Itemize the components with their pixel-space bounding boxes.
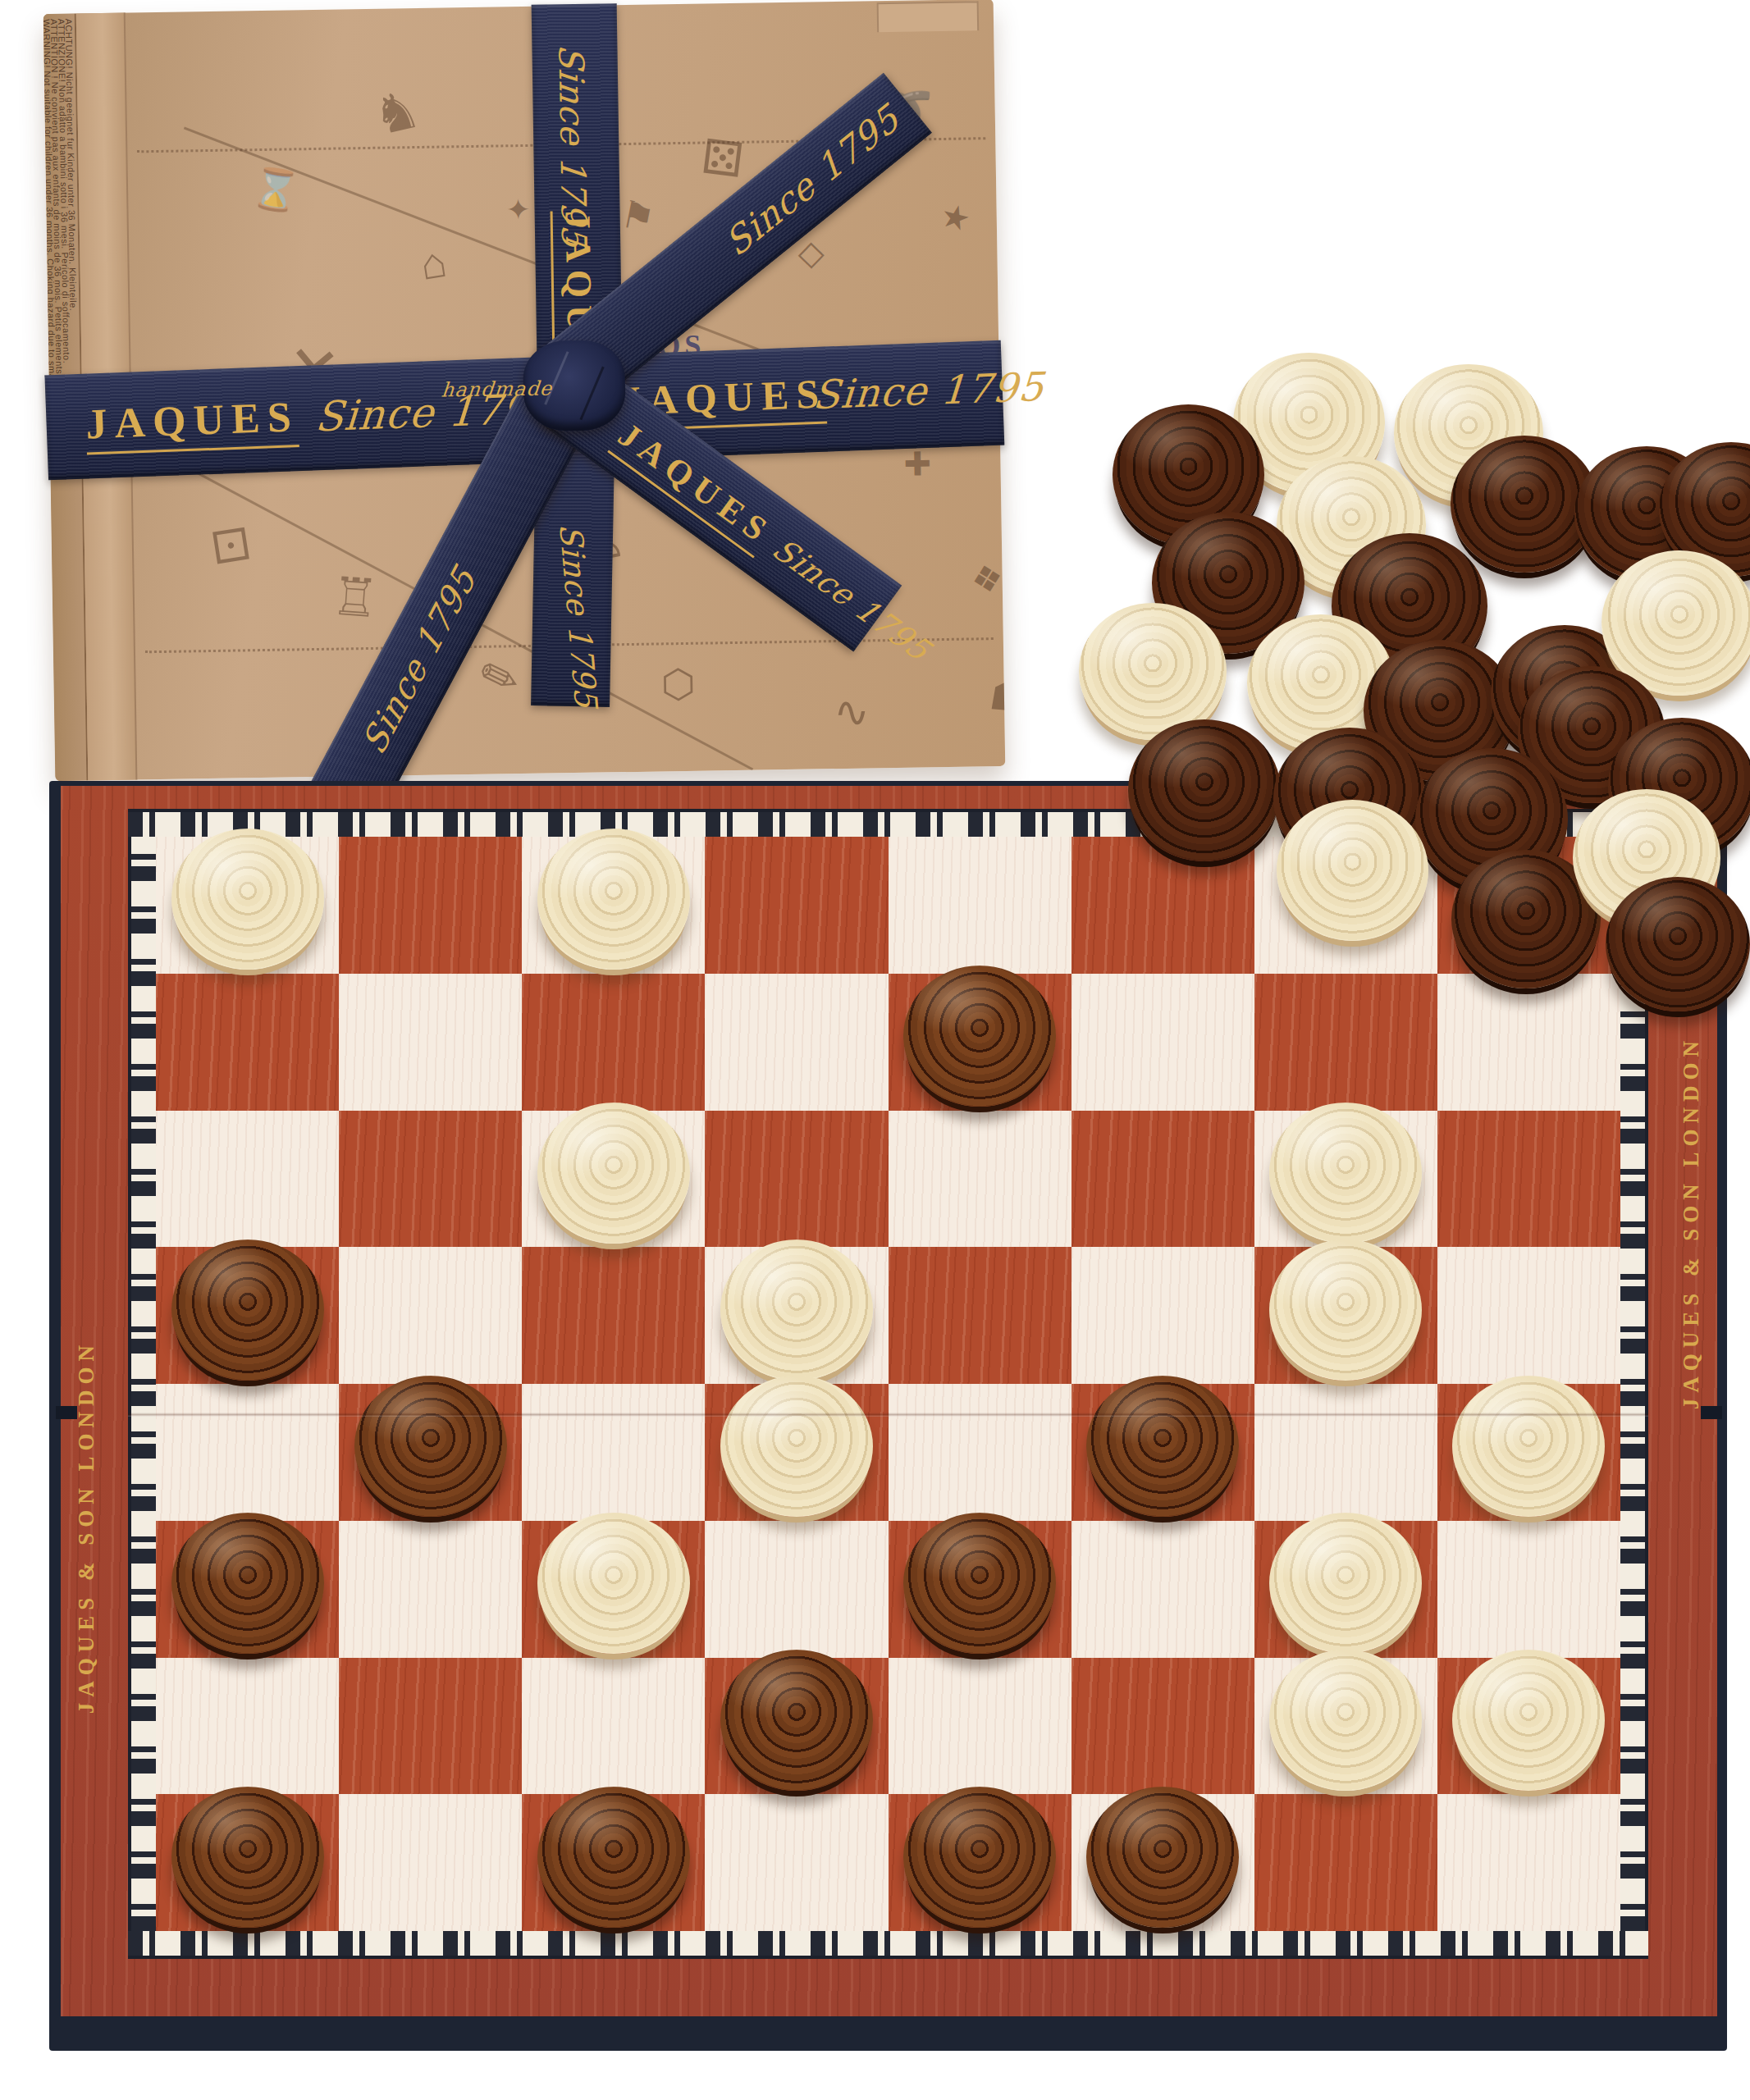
loose-checker-piece-dark[interactable]: [1128, 719, 1281, 861]
loose-checker-piece-dark[interactable]: [1606, 877, 1750, 1011]
loose-pieces-pile: [0, 0, 1750, 2100]
product-photo-stage: WARNING! Not suitable for children under…: [0, 0, 1750, 2100]
loose-checker-piece-cream[interactable]: [1277, 800, 1428, 941]
